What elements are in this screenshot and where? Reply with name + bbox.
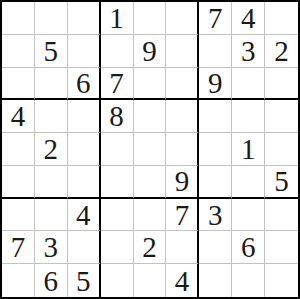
cell-r6c8[interactable] bbox=[232, 166, 265, 199]
cell-r4c6[interactable] bbox=[166, 100, 199, 133]
cell-r8c2: 3 bbox=[35, 231, 68, 264]
given-digit: 5 bbox=[76, 266, 91, 296]
given-digit: 8 bbox=[109, 101, 124, 131]
cell-r1c9[interactable] bbox=[265, 2, 298, 35]
cell-r4c9[interactable] bbox=[265, 100, 298, 133]
given-digit: 2 bbox=[44, 134, 59, 164]
cell-r5c7[interactable] bbox=[199, 133, 232, 166]
given-digit: 2 bbox=[142, 232, 157, 262]
cell-r2c1[interactable] bbox=[2, 35, 35, 68]
cell-r7c8[interactable] bbox=[232, 199, 265, 232]
cell-r6c9: 5 bbox=[265, 166, 298, 199]
cell-r4c3[interactable] bbox=[68, 100, 101, 133]
cell-r9c1[interactable] bbox=[2, 264, 35, 297]
cell-r3c4: 7 bbox=[101, 68, 134, 101]
given-digit: 9 bbox=[142, 36, 157, 66]
cell-r9c2: 6 bbox=[35, 264, 68, 297]
cell-r1c8: 4 bbox=[232, 2, 265, 35]
cell-r6c2[interactable] bbox=[35, 166, 68, 199]
cell-r3c2[interactable] bbox=[35, 68, 68, 101]
cell-r8c5: 2 bbox=[134, 231, 167, 264]
given-digit: 5 bbox=[274, 166, 289, 196]
cell-r6c1[interactable] bbox=[2, 166, 35, 199]
cell-r6c5[interactable] bbox=[134, 166, 167, 199]
cell-r8c4[interactable] bbox=[101, 231, 134, 264]
cell-r7c5[interactable] bbox=[134, 199, 167, 232]
cell-r8c7[interactable] bbox=[199, 231, 232, 264]
cell-r7c3: 4 bbox=[68, 199, 101, 232]
given-digit: 3 bbox=[241, 36, 256, 66]
cell-r4c7[interactable] bbox=[199, 100, 232, 133]
cell-r8c8: 6 bbox=[232, 231, 265, 264]
given-digit: 1 bbox=[109, 3, 124, 33]
sudoku-board: 17459326794821954737326654 bbox=[0, 0, 300, 299]
cell-r7c7: 3 bbox=[199, 199, 232, 232]
cell-r8c9[interactable] bbox=[265, 231, 298, 264]
cell-r3c9[interactable] bbox=[265, 68, 298, 101]
given-digit: 7 bbox=[208, 3, 223, 33]
given-digit: 4 bbox=[241, 3, 256, 33]
given-digit: 7 bbox=[11, 232, 26, 262]
given-digit: 9 bbox=[208, 68, 223, 98]
cell-r6c3[interactable] bbox=[68, 166, 101, 199]
cell-r3c7: 9 bbox=[199, 68, 232, 101]
cell-r5c8: 1 bbox=[232, 133, 265, 166]
given-digit: 7 bbox=[109, 68, 124, 98]
cell-r7c6: 7 bbox=[166, 199, 199, 232]
given-digit: 1 bbox=[241, 134, 256, 164]
cell-r1c3[interactable] bbox=[68, 2, 101, 35]
cell-r4c8[interactable] bbox=[232, 100, 265, 133]
cell-r4c1: 4 bbox=[2, 100, 35, 133]
cell-r3c6[interactable] bbox=[166, 68, 199, 101]
cell-r9c8[interactable] bbox=[232, 264, 265, 297]
cell-r7c4[interactable] bbox=[101, 199, 134, 232]
cell-r2c5: 9 bbox=[134, 35, 167, 68]
cell-r2c7[interactable] bbox=[199, 35, 232, 68]
cell-r1c1[interactable] bbox=[2, 2, 35, 35]
cell-r1c2[interactable] bbox=[35, 2, 68, 35]
cell-r2c6[interactable] bbox=[166, 35, 199, 68]
given-digit: 9 bbox=[175, 166, 190, 196]
cell-r3c1[interactable] bbox=[2, 68, 35, 101]
given-digit: 6 bbox=[44, 266, 59, 296]
given-digit: 6 bbox=[76, 68, 91, 98]
cell-r5c6[interactable] bbox=[166, 133, 199, 166]
cell-r7c2[interactable] bbox=[35, 199, 68, 232]
cell-r1c5[interactable] bbox=[134, 2, 167, 35]
cell-r5c4[interactable] bbox=[101, 133, 134, 166]
given-digit: 3 bbox=[208, 200, 223, 230]
cell-r6c4[interactable] bbox=[101, 166, 134, 199]
cell-r1c7: 7 bbox=[199, 2, 232, 35]
given-digit: 6 bbox=[241, 232, 256, 262]
cell-r3c3: 6 bbox=[68, 68, 101, 101]
cell-r9c9[interactable] bbox=[265, 264, 298, 297]
cell-r2c8: 3 bbox=[232, 35, 265, 68]
cell-r2c4[interactable] bbox=[101, 35, 134, 68]
cell-r2c3[interactable] bbox=[68, 35, 101, 68]
cell-r1c6[interactable] bbox=[166, 2, 199, 35]
cell-r4c2[interactable] bbox=[35, 100, 68, 133]
given-digit: 5 bbox=[44, 36, 59, 66]
cell-r9c3: 5 bbox=[68, 264, 101, 297]
cell-r5c9[interactable] bbox=[265, 133, 298, 166]
given-digit: 7 bbox=[175, 200, 190, 230]
cell-r3c8[interactable] bbox=[232, 68, 265, 101]
cell-r9c5[interactable] bbox=[134, 264, 167, 297]
cell-r9c7[interactable] bbox=[199, 264, 232, 297]
given-digit: 4 bbox=[76, 200, 91, 230]
cell-r7c9[interactable] bbox=[265, 199, 298, 232]
given-digit: 3 bbox=[44, 232, 59, 262]
given-digit: 2 bbox=[274, 36, 289, 66]
cell-r9c6: 4 bbox=[166, 264, 199, 297]
cell-r6c7[interactable] bbox=[199, 166, 232, 199]
cell-r4c5[interactable] bbox=[134, 100, 167, 133]
cell-r9c4[interactable] bbox=[101, 264, 134, 297]
cell-r2c9: 2 bbox=[265, 35, 298, 68]
cell-r5c1[interactable] bbox=[2, 133, 35, 166]
cell-r1c4: 1 bbox=[101, 2, 134, 35]
cell-r5c2: 2 bbox=[35, 133, 68, 166]
given-digit: 4 bbox=[11, 101, 26, 131]
cell-r5c5[interactable] bbox=[134, 133, 167, 166]
cell-r5c3[interactable] bbox=[68, 133, 101, 166]
cell-r8c1: 7 bbox=[2, 231, 35, 264]
cell-r7c1[interactable] bbox=[2, 199, 35, 232]
cell-r4c4: 8 bbox=[101, 100, 134, 133]
cell-r3c5[interactable] bbox=[134, 68, 167, 101]
cell-r8c6[interactable] bbox=[166, 231, 199, 264]
cell-r6c6: 9 bbox=[166, 166, 199, 199]
cell-r8c3[interactable] bbox=[68, 231, 101, 264]
given-digit: 4 bbox=[175, 266, 190, 296]
cell-r2c2: 5 bbox=[35, 35, 68, 68]
